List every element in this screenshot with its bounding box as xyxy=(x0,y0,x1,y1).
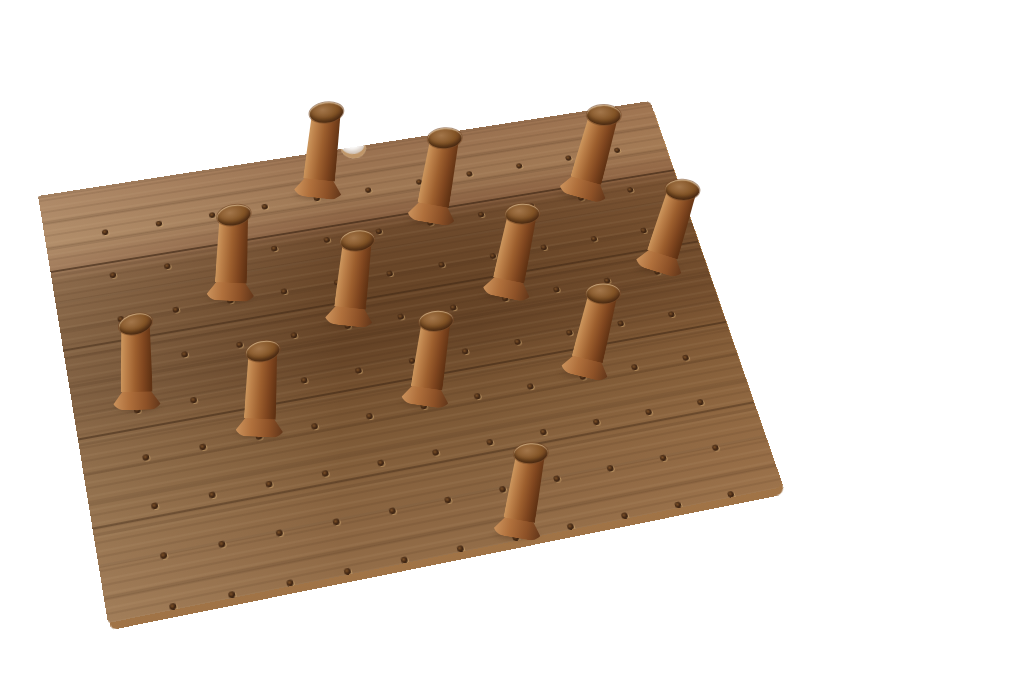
drill-hole xyxy=(275,529,283,537)
drill-hole xyxy=(444,496,452,503)
drill-hole xyxy=(438,261,445,267)
drill-hole xyxy=(606,465,614,472)
drill-hole xyxy=(355,367,363,374)
drill-hole xyxy=(645,409,653,416)
drill-hole xyxy=(365,187,372,193)
drill-hole xyxy=(659,454,667,461)
drill-hole xyxy=(526,383,534,390)
drill-hole xyxy=(102,229,109,235)
drill-hole xyxy=(386,270,393,276)
peg-body xyxy=(227,339,296,446)
peg-top-cap xyxy=(586,283,620,303)
walnut-peg-r5c2[interactable] xyxy=(227,341,291,445)
walnut-peg-r0c4[interactable] xyxy=(285,102,349,206)
walnut-peg-r5c8[interactable] xyxy=(551,281,615,385)
drill-hole xyxy=(377,459,385,466)
drill-hole xyxy=(668,311,676,318)
drill-hole xyxy=(432,449,440,456)
drill-hole xyxy=(631,364,639,371)
drill-hole xyxy=(674,501,682,508)
walnut-peg-r2c2[interactable] xyxy=(198,205,262,309)
drill-hole xyxy=(311,423,319,430)
drill-hole xyxy=(590,236,597,242)
peg-body xyxy=(104,314,170,419)
drill-hole xyxy=(592,418,600,425)
drill-hole xyxy=(682,354,690,361)
drill-hole xyxy=(388,507,396,514)
peg-body xyxy=(198,203,267,310)
drill-hole xyxy=(514,339,522,346)
drill-hole xyxy=(286,579,294,587)
drill-hole xyxy=(566,523,574,530)
drill-hole xyxy=(160,552,168,560)
drill-hole xyxy=(218,540,226,548)
walnut-peg-r1c9[interactable] xyxy=(549,102,613,206)
walnut-peg-r4c0[interactable] xyxy=(105,314,169,418)
drill-hole xyxy=(727,491,735,498)
drill-hole xyxy=(290,332,297,339)
drill-hole xyxy=(516,163,523,169)
drill-hole xyxy=(332,518,340,526)
drill-hole xyxy=(169,603,177,611)
drill-hole xyxy=(456,545,464,553)
drill-hole xyxy=(155,220,162,226)
peg-body xyxy=(315,227,390,337)
peg-body xyxy=(284,99,359,209)
drill-hole xyxy=(109,272,116,279)
drill-hole xyxy=(540,428,548,435)
drill-hole xyxy=(181,351,188,358)
walnut-peg-r8c6[interactable] xyxy=(484,442,548,546)
drill-hole xyxy=(474,393,482,400)
drill-hole xyxy=(172,306,179,313)
drill-hole xyxy=(343,568,351,576)
drill-hole xyxy=(621,512,629,519)
drill-hole xyxy=(190,397,197,404)
walnut-peg-r1c6[interactable] xyxy=(398,127,462,231)
drill-hole xyxy=(151,502,159,510)
drill-hole xyxy=(228,591,236,599)
peg-board-photo-stage xyxy=(0,0,1024,684)
drill-hole xyxy=(400,556,408,564)
walnut-peg-r5c5[interactable] xyxy=(392,310,456,414)
walnut-peg-r3c10[interactable] xyxy=(625,176,689,280)
drill-hole xyxy=(199,443,207,450)
drill-hole xyxy=(280,288,287,295)
drill-hole xyxy=(366,413,374,420)
walnut-peg-r3c4[interactable] xyxy=(316,230,380,334)
drill-hole xyxy=(321,470,329,477)
walnut-peg-r3c7[interactable] xyxy=(473,202,537,306)
drill-hole xyxy=(696,399,704,406)
drill-hole xyxy=(208,491,216,498)
drill-hole xyxy=(711,444,719,451)
drill-hole xyxy=(300,377,307,384)
drill-hole xyxy=(164,263,171,270)
drill-hole xyxy=(142,454,150,461)
drill-hole xyxy=(271,245,278,251)
drill-hole xyxy=(265,480,273,487)
